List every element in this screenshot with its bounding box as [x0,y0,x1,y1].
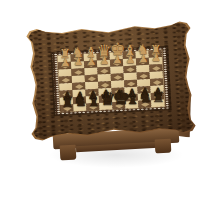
product-photo-background: ♜♞♝♛♚♝♞♜♟♟♟♟♟♟♟♟♟♟♟♟♟♟♟♟♜♞♝♛♚♝♞♜ [0,0,220,200]
box-foot-left [60,145,77,161]
square-d8 [112,102,125,110]
square-e8 [99,102,112,110]
square-a8 [151,100,164,108]
square-c8 [125,101,138,109]
box-foot-right [155,139,172,154]
stud-border [52,47,169,115]
square-g8 [73,104,86,112]
square-b8 [138,100,151,108]
square-f8 [86,103,99,111]
carved-frame [27,21,195,141]
square-h8 [60,104,73,112]
board-grid [58,50,165,112]
chess-box-top: ♜♞♝♛♚♝♞♜♟♟♟♟♟♟♟♟♟♟♟♟♟♟♟♟♜♞♝♛♚♝♞♜ [27,21,195,141]
